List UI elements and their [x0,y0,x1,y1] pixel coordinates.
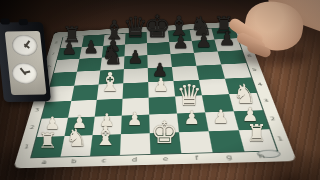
piece-bP-a7[interactable]: ♟ [61,40,78,57]
rank-label-left-7: 7 [51,52,55,55]
square-f1[interactable] [178,131,212,153]
piece-wR-h1[interactable]: ♜ [245,122,269,146]
rank-label-left-2: 2 [29,125,35,130]
rank-label-right-1: 1 [277,136,284,142]
clock-button-right[interactable] [19,19,29,25]
rank-label-left-1: 1 [24,144,30,149]
file-label-a: a [41,159,47,165]
square-d5[interactable] [123,68,148,83]
piece-wP-g2[interactable]: ♟ [212,108,231,127]
chess-clock[interactable] [0,22,51,102]
piece-bP-b7[interactable]: ♟ [82,39,99,56]
piece-bP-f7[interactable]: ♟ [172,33,190,51]
piece-bN-c6[interactable]: ♞ [100,43,125,68]
file-label-c: c [102,157,107,163]
piece-bP-g7[interactable]: ♟ [195,32,213,51]
piece-wN-h3[interactable]: ♞ [231,81,258,108]
square-g6[interactable] [193,51,220,65]
clock-button-left[interactable] [0,18,10,24]
rank-label-left-3: 3 [34,108,39,112]
file-label-g: g [226,154,233,160]
piece-bP-d6[interactable]: ♟ [126,48,144,66]
square-d4[interactable] [122,82,148,98]
rank-label-right-3: 3 [263,98,269,103]
chess-photo-scene: abcdefgh1122334455667788 ♜♝♛♚♝♞♜♟♟♟♟♟♟♞♟… [0,0,320,180]
rank-label-right-5: 5 [252,68,258,72]
piece-wP-d2[interactable]: ♟ [126,111,144,129]
rank-label-left-6: 6 [47,65,52,69]
piece-wP-e4[interactable]: ♟ [152,76,170,94]
piece-wK-e1[interactable]: ♚ [149,118,180,149]
file-label-b: b [71,158,77,164]
square-f6[interactable] [170,52,196,66]
square-b4[interactable] [71,84,98,100]
piece-bP-h7[interactable]: ♟ [218,30,237,49]
piece-wB-c1[interactable]: ♝ [92,124,118,150]
piece-wB-c4[interactable]: ♝ [97,70,123,96]
clock-hand [24,71,30,74]
rank-label-left-8: 8 [54,41,58,44]
clock-dial-right [11,63,38,84]
rank-label-right-2: 2 [269,116,276,121]
piece-wQ-f3[interactable]: ♛ [175,81,204,110]
clock-face [5,31,47,95]
square-e3[interactable] [148,96,176,114]
file-label-e: e [163,156,168,162]
piece-wN-b1[interactable]: ♞ [64,126,88,150]
piece-wP-f2[interactable]: ♟ [183,109,201,127]
clock-dial-left [11,35,38,56]
file-label-f: f [195,155,199,161]
square-a5[interactable] [50,71,77,86]
square-h5[interactable] [221,63,251,78]
piece-wR-a1[interactable]: ♜ [37,130,58,151]
file-label-d: d [132,156,137,162]
square-d1[interactable] [119,133,149,155]
